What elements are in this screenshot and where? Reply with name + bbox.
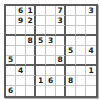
cell-r3c9[interactable] <box>86 26 96 36</box>
cell-r2c7[interactable] <box>66 16 76 26</box>
cell-r9c7[interactable] <box>66 86 76 96</box>
cell-r5c7[interactable]: 5 <box>66 46 76 56</box>
cell-r8c6[interactable] <box>56 76 66 86</box>
cell-r6c1[interactable]: 5 <box>6 56 16 66</box>
cell-r7c9[interactable]: 1 <box>86 66 96 76</box>
cell-r3c6[interactable] <box>56 26 66 36</box>
cell-r5c5[interactable] <box>46 46 56 56</box>
cell-r8c5[interactable]: 6 <box>46 76 56 86</box>
cell-r2c2[interactable]: 9 <box>16 16 26 26</box>
cell-r9c9[interactable] <box>86 86 96 96</box>
cell-r2c9[interactable] <box>86 16 96 26</box>
cell-r8c3[interactable] <box>26 76 36 86</box>
cell-r4c7[interactable] <box>66 36 76 46</box>
cell-r9c3[interactable] <box>26 86 36 96</box>
sudoku-board-container: 61739238535458411686 <box>4 4 98 98</box>
cell-r4c2[interactable] <box>16 36 26 46</box>
cell-r6c5[interactable] <box>46 56 56 66</box>
cell-r5c4[interactable] <box>36 46 46 56</box>
cell-r6c7[interactable] <box>66 56 76 66</box>
cell-r2c3[interactable]: 2 <box>26 16 36 26</box>
cell-r4c4[interactable]: 5 <box>36 36 46 46</box>
cell-r1c2[interactable]: 6 <box>16 6 26 16</box>
cell-r7c7[interactable] <box>66 66 76 76</box>
cell-r7c6[interactable] <box>56 66 66 76</box>
cell-r1c9[interactable]: 3 <box>86 6 96 16</box>
cell-r5c9[interactable]: 4 <box>86 46 96 56</box>
cell-r3c4[interactable] <box>36 26 46 36</box>
cell-r9c4[interactable] <box>36 86 46 96</box>
cell-r7c3[interactable] <box>26 66 36 76</box>
cell-r3c7[interactable] <box>66 26 76 36</box>
sudoku-grid: 61739238535458411686 <box>4 4 98 98</box>
cell-r1c6[interactable]: 7 <box>56 6 66 16</box>
cell-r4c5[interactable]: 3 <box>46 36 56 46</box>
cell-r6c3[interactable] <box>26 56 36 66</box>
cell-r4c9[interactable] <box>86 36 96 46</box>
cell-r6c4[interactable] <box>36 56 46 66</box>
cell-r5c8[interactable] <box>76 46 86 56</box>
cell-r4c3[interactable]: 8 <box>26 36 36 46</box>
cell-r2c6[interactable]: 3 <box>56 16 66 26</box>
cell-r7c1[interactable] <box>6 66 16 76</box>
cell-r4c8[interactable] <box>76 36 86 46</box>
cell-r2c4[interactable] <box>36 16 46 26</box>
cell-r7c8[interactable] <box>76 66 86 76</box>
cell-r1c4[interactable] <box>36 6 46 16</box>
cell-r6c8[interactable] <box>76 56 86 66</box>
cell-r1c5[interactable] <box>46 6 56 16</box>
cell-r6c6[interactable]: 8 <box>56 56 66 66</box>
cell-r5c3[interactable] <box>26 46 36 56</box>
cell-r9c6[interactable] <box>56 86 66 96</box>
cell-r8c9[interactable] <box>86 76 96 86</box>
cell-r8c2[interactable] <box>16 76 26 86</box>
cell-r2c5[interactable] <box>46 16 56 26</box>
cell-r3c5[interactable] <box>46 26 56 36</box>
cell-r4c1[interactable] <box>6 36 16 46</box>
cell-r6c2[interactable] <box>16 56 26 66</box>
cell-r6c9[interactable] <box>86 56 96 66</box>
cell-r1c8[interactable] <box>76 6 86 16</box>
cell-r8c1[interactable] <box>6 76 16 86</box>
cell-r3c3[interactable] <box>26 26 36 36</box>
cell-r8c8[interactable] <box>76 76 86 86</box>
cell-r1c1[interactable] <box>6 6 16 16</box>
cell-r5c2[interactable] <box>16 46 26 56</box>
cell-r3c2[interactable] <box>16 26 26 36</box>
cell-r4c6[interactable] <box>56 36 66 46</box>
cell-r9c1[interactable]: 6 <box>6 86 16 96</box>
cell-r1c3[interactable]: 1 <box>26 6 36 16</box>
cell-r9c8[interactable] <box>76 86 86 96</box>
cell-r9c2[interactable] <box>16 86 26 96</box>
cell-r7c5[interactable] <box>46 66 56 76</box>
cell-r7c2[interactable]: 4 <box>16 66 26 76</box>
cell-r2c1[interactable] <box>6 16 16 26</box>
cell-r3c1[interactable] <box>6 26 16 36</box>
cell-r2c8[interactable] <box>76 16 86 26</box>
cell-r1c7[interactable] <box>66 6 76 16</box>
cell-r8c7[interactable]: 8 <box>66 76 76 86</box>
cell-r3c8[interactable] <box>76 26 86 36</box>
cell-r8c4[interactable]: 1 <box>36 76 46 86</box>
cell-r7c4[interactable] <box>36 66 46 76</box>
cell-r9c5[interactable] <box>46 86 56 96</box>
